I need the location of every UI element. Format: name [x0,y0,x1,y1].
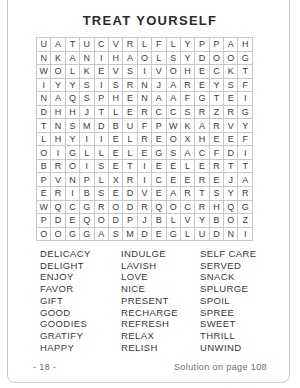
grid-cell: E [95,65,109,79]
grid-cell: R [123,38,137,52]
grid-cell: B [37,160,51,174]
grid-cell: J [224,173,238,187]
word-list-item: RELISH [121,342,178,354]
grid-cell: G [66,228,80,242]
grid-cell: I [95,133,109,147]
grid-cell: R [238,187,252,201]
grid-cell: W [37,65,51,79]
grid-cell: R [138,106,152,120]
grid-cell: E [152,228,166,242]
word-list-item: GRATIFY [40,330,91,342]
grid-cell: G [195,92,209,106]
word-list-item: HAPPY [40,342,91,354]
grid-cell: S [95,160,109,174]
grid-cell: I [37,79,51,93]
grid-cell: W [37,201,51,215]
grid-cell: C [210,65,224,79]
grid-cell: C [195,146,209,160]
grid-cell: K [181,119,195,133]
grid-cell: D [51,214,65,228]
grid-cell: H [109,92,123,106]
grid-cell: C [152,173,166,187]
grid-cell: E [224,92,238,106]
grid-cell: F [238,79,252,93]
grid-cell: S [109,228,123,242]
grid-cell: U [123,119,137,133]
grid-cell: Y [195,214,209,228]
word-list-item: SPREE [200,307,256,319]
grid-cell: R [138,201,152,215]
grid-cell: E [195,65,209,79]
grid-cell: U [195,228,209,242]
grid-cell: A [51,92,65,106]
grid-cell: R [224,106,238,120]
grid-cell: P [195,38,209,52]
grid-cell: R [210,119,224,133]
grid-cell: T [238,65,252,79]
grid-cell: O [37,146,51,160]
grid-cell: S [95,187,109,201]
word-list-item: SNACK [200,271,256,283]
grid-cell: X [181,133,195,147]
word-list-item: UNWIND [200,342,256,354]
word-column-3: SELF CARESERVEDSNACKSPLURGESPOILSPREESWE… [200,248,256,353]
grid-cell: Y [66,79,80,93]
grid-cell: Y [210,79,224,93]
grid-cell: N [51,119,65,133]
grid-cell: D [224,146,238,160]
word-list-item: PRESENT [121,295,178,307]
grid-cell: C [95,38,109,52]
grid-cell: S [181,106,195,120]
word-list-item: DELICACY [40,248,91,260]
grid-cell: Y [181,38,195,52]
grid-cell: H [66,106,80,120]
page-number: - 18 - [33,362,56,372]
grid-cell: G [167,228,181,242]
grid-cell: V [109,65,123,79]
word-list-item: NICE [121,283,178,295]
grid-cell: R [123,173,137,187]
grid-cell: I [238,92,252,106]
grid-cell: Q [80,214,94,228]
word-list-item: GOODIES [40,318,91,330]
grid-cell: N [138,92,152,106]
grid-cell: J [138,214,152,228]
grid-cell: E [123,92,137,106]
grid-cell: A [167,92,181,106]
word-list-item: SPOIL [200,295,256,307]
grid-cell: L [80,146,94,160]
grid-cell: O [37,228,51,242]
grid-cell: Y [51,79,65,93]
word-list-item: GIFT [40,295,91,307]
grid-cell: T [95,106,109,120]
grid-cell: S [80,92,94,106]
word-search-grid: UATUCVRLFLYPPAHNKANIHAOLSYDOOGWOLKEVSIVO… [36,37,253,241]
grid-cell: A [95,228,109,242]
grid-cell: V [51,173,65,187]
word-list-item: LAVISH [121,260,178,272]
grid-cell: K [51,52,65,66]
grid-cell: M [80,119,94,133]
grid-cell: T [123,160,137,174]
grid-cell: L [138,38,152,52]
grid-cell: T [210,92,224,106]
grid-cell: T [37,119,51,133]
grid-cell: D [123,201,137,215]
word-list-item: ENJOY [40,271,91,283]
grid-cell: A [152,92,166,106]
grid-cell: S [167,52,181,66]
grid-cell: X [109,173,123,187]
grid-cell: O [167,65,181,79]
grid-cell: I [95,52,109,66]
grid-cell: L [167,38,181,52]
grid-cell: K [80,65,94,79]
word-list-item: SPLURGE [200,283,256,295]
word-list-item: FAVOR [40,283,91,295]
grid-cell: I [138,160,152,174]
grid-cell: E [138,146,152,160]
word-list-item: GOOD [40,307,91,319]
grid-cell: N [37,92,51,106]
grid-cell: F [210,146,224,160]
grid-cell: Y [66,133,80,147]
grid-cell: H [51,133,65,147]
grid-cell: Q [224,201,238,215]
grid-cell: E [167,173,181,187]
grid-cell: U [37,38,51,52]
grid-cell: Y [238,119,252,133]
grid-cell: H [195,133,209,147]
grid-cell: S [66,119,80,133]
grid-cell: O [224,52,238,66]
grid-cell: E [210,133,224,147]
grid-cell: E [152,133,166,147]
grid-cell: F [138,119,152,133]
grid-cell: S [80,79,94,93]
grid-cell: G [80,228,94,242]
grid-cell: R [123,79,137,93]
grid-cell: Q [66,92,80,106]
word-list-item: RELAX [121,330,178,342]
grid-cell: H [109,52,123,66]
grid-cell: H [51,106,65,120]
grid-cell: O [167,201,181,215]
grid-cell: A [224,38,238,52]
grid-cell: E [109,146,123,160]
grid-cell: E [109,187,123,201]
grid-cell: V [138,187,152,201]
grid-cell: D [109,214,123,228]
grid-cell: E [109,160,123,174]
grid-cell: N [66,173,80,187]
grid-cell: A [167,187,181,201]
grid-cell: L [123,146,137,160]
grid-cell: T [195,187,209,201]
grid-cell: M [123,228,137,242]
grid-cell: A [66,52,80,66]
grid-cell: R [210,160,224,174]
grid-cell: V [224,119,238,133]
word-list-item: SELF CARE [200,248,256,260]
word-column-1: DELICACYDELIGHTENJOYFAVORGIFTGOODGOODIES… [40,248,91,353]
grid-cell: B [210,214,224,228]
grid-cell: D [195,52,209,66]
grid-cell: D [123,187,137,201]
grid-cell: J [152,79,166,93]
grid-cell: A [195,119,209,133]
grid-cell: G [66,146,80,160]
grid-cell: L [167,214,181,228]
grid-cell: C [181,201,195,215]
grid-cell: D [37,106,51,120]
grid-cell: L [95,146,109,160]
grid-cell: A [51,38,65,52]
grid-cell: V [152,65,166,79]
grid-cell: R [181,187,195,201]
grid-cell: L [95,173,109,187]
grid-cell: V [181,214,195,228]
word-list-item: LOVE [121,271,178,283]
grid-cell: R [51,187,65,201]
grid-cell: I [138,173,152,187]
puzzle-title: TREAT YOURSELF [0,13,300,28]
grid-cell: E [152,187,166,201]
grid-cell: S [210,187,224,201]
grid-cell: I [238,146,252,160]
word-list-item: RECHARGE [121,307,178,319]
grid-cell: R [195,201,209,215]
grid-cell: B [80,187,94,201]
grid-cell: F [238,133,252,147]
grid-cell: E [195,79,209,93]
grid-cell: O [224,214,238,228]
word-list-item: DELIGHT [40,260,91,272]
grid-cell: C [152,106,166,120]
grid-cell: N [138,79,152,93]
grid-cell: T [224,160,238,174]
grid-cell: G [238,106,252,120]
grid-cell: P [123,214,137,228]
grid-cell: R [195,173,209,187]
grid-cell: N [80,52,94,66]
grid-cell: F [152,38,166,52]
grid-cell: O [138,52,152,66]
grid-cell: O [66,160,80,174]
grid-cell: O [109,201,123,215]
grid-cell: G [152,146,166,160]
grid-cell: C [66,201,80,215]
grid-cell: O [210,52,224,66]
grid-cell: P [37,173,51,187]
grid-cell: E [123,106,137,120]
grid-cell: I [51,146,65,160]
grid-cell: E [210,173,224,187]
grid-cell: O [167,133,181,147]
grid-cell: Y [224,187,238,201]
grid-cell: C [167,106,181,120]
grid-cell: I [80,133,94,147]
grid-cell: D [95,119,109,133]
grid-cell: K [224,65,238,79]
grid-cell: V [109,38,123,52]
grid-cell: A [123,52,137,66]
grid-cell: U [80,38,94,52]
grid-cell: E [37,187,51,201]
grid-cell: O [51,65,65,79]
grid-cell: S [167,146,181,160]
grid-cell: D [210,228,224,242]
grid-cell: G [238,52,252,66]
grid-cell: R [95,201,109,215]
grid-cell: O [95,214,109,228]
grid-cell: D [138,228,152,242]
grid-cell: P [210,38,224,52]
grid-cell: N [37,52,51,66]
grid-cell: P [95,92,109,106]
grid-cell: H [238,38,252,52]
grid-cell: I [80,160,94,174]
grid-cell: L [109,106,123,120]
grid-cell: P [37,214,51,228]
word-list-item: INDULGE [121,248,178,260]
grid-cell: A [238,173,252,187]
word-list-item: SWEET [200,318,256,330]
grid-cell: H [210,201,224,215]
grid-cell: E [181,173,195,187]
grid-cell: R [195,106,209,120]
grid-cell: A [167,79,181,93]
grid-cell: J [80,106,94,120]
grid-cell: Q [51,201,65,215]
grid-cell: F [181,92,195,106]
grid-cell: B [152,214,166,228]
grid-cell: T [66,38,80,52]
grid-cell: O [51,228,65,242]
grid-cell: I [95,79,109,93]
grid-cell: H [181,65,195,79]
grid-cell: I [138,65,152,79]
grid-cell: G [80,201,94,215]
grid-cell: E [167,160,181,174]
word-list-item: REFRESH [121,318,178,330]
grid-cell: I [238,228,252,242]
grid-cell: L [37,133,51,147]
grid-cell: B [109,119,123,133]
grid-cell: S [123,65,137,79]
grid-cell: E [109,133,123,147]
grid-cell: Y [181,52,195,66]
grid-cell: S [109,79,123,93]
grid-cell: L [181,160,195,174]
grid-cell: L [66,65,80,79]
word-list-item: SERVED [200,260,256,272]
grid-cell: R [51,160,65,174]
grid-cell: E [152,160,166,174]
grid-cell: P [80,173,94,187]
grid-cell: P [152,119,166,133]
grid-cell: G [238,201,252,215]
grid-cell: T [238,160,252,174]
grid-cell: Z [210,106,224,120]
grid-cell: Q [152,201,166,215]
grid-cell: R [138,133,152,147]
word-list-item: THRILL [200,330,256,342]
grid-cell: W [167,119,181,133]
grid-cell: L [123,133,137,147]
grid-cell: N [224,228,238,242]
word-column-2: INDULGELAVISHLOVENICEPRESENTRECHARGEREFR… [121,248,178,353]
grid-cell: I [66,187,80,201]
grid-cell: L [181,228,195,242]
grid-cell: Z [238,214,252,228]
grid-cell: L [152,52,166,66]
solution-note: Solution on page 108 [174,362,267,372]
grid-cell: R [181,79,195,93]
grid-cell: S [224,79,238,93]
grid-cell: E [66,214,80,228]
grid-cell: E [195,160,209,174]
grid-cell: E [224,133,238,147]
grid-cell: A [181,146,195,160]
